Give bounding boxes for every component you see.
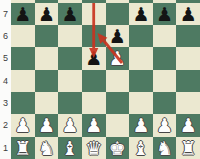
square-c1[interactable]: ♝ [58,137,82,159]
square-b6[interactable] [35,25,59,47]
black-pawn-b7[interactable]: ♟ [35,3,59,25]
square-a4[interactable] [11,70,35,92]
square-f7[interactable]: ♟ [129,3,153,25]
rank-label-2: 2 [0,114,11,136]
white-pawn-g2[interactable]: ♟ [153,114,177,136]
square-e4[interactable] [106,70,130,92]
square-b5[interactable] [35,47,59,69]
square-h5[interactable] [176,47,200,69]
square-e6[interactable]: ♟ [106,25,130,47]
square-b4[interactable] [35,70,59,92]
square-d7[interactable] [82,3,106,25]
square-h6[interactable] [176,25,200,47]
square-d4[interactable] [82,70,106,92]
square-a7[interactable]: ♟ [11,3,35,25]
square-a1[interactable]: ♜ [11,137,35,159]
square-g4[interactable] [153,70,177,92]
white-pawn-f2[interactable]: ♟ [129,114,153,136]
square-g2[interactable]: ♟ [153,114,177,136]
square-c3[interactable] [58,92,82,114]
square-e7[interactable] [106,3,130,25]
square-e3[interactable] [106,92,130,114]
square-b7[interactable]: ♟ [35,3,59,25]
square-d1[interactable]: ♛ [82,137,106,159]
white-bishop-f1[interactable]: ♝ [129,137,153,159]
chess-board-screenshot: 7654321 ♟♟♟♟♟♟♟♟♟♟♟♟♟♟♟♟♜♞♝♛♚♝♞♜ [0,0,200,159]
square-f6[interactable] [129,25,153,47]
square-f5[interactable] [129,47,153,69]
square-a6[interactable] [11,25,35,47]
square-a2[interactable]: ♟ [11,114,35,136]
square-e2[interactable] [106,114,130,136]
square-h1[interactable]: ♜ [176,137,200,159]
rank-label-6: 6 [0,25,11,47]
square-c6[interactable] [58,25,82,47]
rank-label-7: 7 [0,3,11,25]
black-pawn-f7[interactable]: ♟ [129,3,153,25]
white-knight-b1[interactable]: ♞ [35,137,59,159]
square-h7[interactable]: ♟ [176,3,200,25]
black-pawn-g7[interactable]: ♟ [153,3,177,25]
white-pawn-c2[interactable]: ♟ [58,114,82,136]
white-pawn-a2[interactable]: ♟ [11,114,35,136]
square-g7[interactable]: ♟ [153,3,177,25]
square-f2[interactable]: ♟ [129,114,153,136]
square-e5[interactable]: ♟ [106,47,130,69]
square-f3[interactable] [129,92,153,114]
chess-board[interactable]: ♟♟♟♟♟♟♟♟♟♟♟♟♟♟♟♟♜♞♝♛♚♝♞♜ [11,0,200,159]
square-c4[interactable] [58,70,82,92]
square-d5[interactable]: ♟ [82,47,106,69]
square-h3[interactable] [176,92,200,114]
square-f4[interactable] [129,70,153,92]
white-pawn-d2[interactable]: ♟ [82,114,106,136]
square-c7[interactable]: ♟ [58,3,82,25]
white-bishop-c1[interactable]: ♝ [58,137,82,159]
square-b1[interactable]: ♞ [35,137,59,159]
white-pawn-h2[interactable]: ♟ [176,114,200,136]
square-a5[interactable] [11,47,35,69]
white-pawn-b2[interactable]: ♟ [35,114,59,136]
square-d6[interactable] [82,25,106,47]
square-h2[interactable]: ♟ [176,114,200,136]
black-pawn-h7[interactable]: ♟ [176,3,200,25]
square-g6[interactable] [153,25,177,47]
square-d3[interactable] [82,92,106,114]
black-pawn-d5[interactable]: ♟ [82,47,106,69]
square-g5[interactable] [153,47,177,69]
black-pawn-a7[interactable]: ♟ [11,3,35,25]
square-f1[interactable]: ♝ [129,137,153,159]
black-pawn-e6[interactable]: ♟ [106,25,130,47]
square-c2[interactable]: ♟ [58,114,82,136]
square-e1[interactable]: ♚ [106,137,130,159]
rank-label-4: 4 [0,70,11,92]
white-queen-d1[interactable]: ♛ [82,137,106,159]
white-pawn-e5[interactable]: ♟ [106,47,130,69]
white-knight-g1[interactable]: ♞ [153,137,177,159]
white-rook-a1[interactable]: ♜ [11,137,35,159]
rank-labels-column: 7654321 [0,0,11,159]
rank-label-1: 1 [0,137,11,159]
black-pawn-c7[interactable]: ♟ [58,3,82,25]
square-d2[interactable]: ♟ [82,114,106,136]
square-g1[interactable]: ♞ [153,137,177,159]
square-b3[interactable] [35,92,59,114]
white-king-e1[interactable]: ♚ [106,137,130,159]
rank-label-5: 5 [0,47,11,69]
rank-label-3: 3 [0,92,11,114]
square-c5[interactable] [58,47,82,69]
white-rook-h1[interactable]: ♜ [176,137,200,159]
square-a3[interactable] [11,92,35,114]
square-h4[interactable] [176,70,200,92]
square-b2[interactable]: ♟ [35,114,59,136]
square-g3[interactable] [153,92,177,114]
